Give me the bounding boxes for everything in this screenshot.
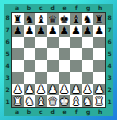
square-g3[interactable] [82,72,94,84]
rank-label-3: 3 [4,75,11,81]
file-label-d: d [47,5,59,11]
square-c8[interactable]: ♝ [35,13,47,25]
square-h6[interactable] [93,37,105,49]
square-e4[interactable] [59,60,71,72]
square-e1[interactable]: ♚ [59,95,71,107]
square-e8[interactable]: ♚ [59,13,71,25]
piece-black-pawn: ♟ [25,25,34,36]
corner-bottom-left [4,108,11,116]
piece-black-king: ♚ [60,14,69,25]
square-f3[interactable] [70,72,82,84]
file-label-d: d [47,109,59,115]
square-d3[interactable] [47,72,59,84]
square-e2[interactable]: ♟ [59,84,71,96]
board-frame: abcdefgh 87654321 ♜♞♝♛♚♝♞♜♟♟♟♟♟♟♟♟♟♟♟♟♟♟… [4,4,113,116]
square-g2[interactable]: ♟ [82,84,94,96]
rank-label-5: 5 [106,51,113,57]
square-f2[interactable]: ♟ [70,84,82,96]
square-h2[interactable]: ♟ [93,84,105,96]
square-c2[interactable]: ♟ [35,84,47,96]
square-c1[interactable]: ♝ [35,95,47,107]
piece-black-pawn: ♟ [13,25,22,36]
square-h5[interactable] [93,48,105,60]
square-h8[interactable]: ♜ [93,13,105,25]
piece-black-bishop: ♝ [36,14,45,25]
piece-black-pawn: ♟ [60,25,69,36]
square-a6[interactable] [12,37,24,49]
square-b8[interactable]: ♞ [24,13,36,25]
rank-label-4: 4 [4,63,11,69]
file-label-e: e [59,109,71,115]
corner-top-right [106,4,113,12]
square-c7[interactable]: ♟ [35,25,47,37]
piece-white-rook: ♜ [94,96,103,107]
square-a4[interactable] [12,60,24,72]
piece-white-pawn: ♟ [71,84,80,95]
piece-white-pawn: ♟ [83,84,92,95]
square-g1[interactable]: ♞ [82,95,94,107]
file-label-f: f [70,5,82,11]
piece-black-queen: ♛ [48,14,57,25]
file-label-e: e [59,5,71,11]
piece-black-pawn: ♟ [48,25,57,36]
chess-app-screenshot: abcdefgh 87654321 ♜♞♝♛♚♝♞♜♟♟♟♟♟♟♟♟♟♟♟♟♟♟… [0,0,117,120]
square-d2[interactable]: ♟ [47,84,59,96]
piece-black-pawn: ♟ [94,25,103,36]
square-f4[interactable] [70,60,82,72]
piece-white-pawn: ♟ [60,84,69,95]
rank-label-6: 6 [4,39,11,45]
square-b3[interactable] [24,72,36,84]
square-a1[interactable]: ♜ [12,95,24,107]
piece-white-knight: ♞ [25,96,34,107]
square-a8[interactable]: ♜ [12,13,24,25]
square-c6[interactable] [35,37,47,49]
rank-labels-right: 87654321 [106,12,113,108]
square-d4[interactable] [47,60,59,72]
square-b2[interactable]: ♟ [24,84,36,96]
square-g7[interactable]: ♟ [82,25,94,37]
square-d8[interactable]: ♛ [47,13,59,25]
rank-label-5: 5 [4,51,11,57]
rank-label-1: 1 [4,99,11,105]
file-label-a: a [11,5,23,11]
square-h3[interactable] [93,72,105,84]
square-f8[interactable]: ♝ [70,13,82,25]
square-d5[interactable] [47,48,59,60]
square-e5[interactable] [59,48,71,60]
piece-white-pawn: ♟ [25,84,34,95]
corner-top-left [4,4,11,12]
file-label-h: h [94,109,106,115]
rank-labels-left: 87654321 [4,12,11,108]
piece-white-pawn: ♟ [36,84,45,95]
square-b4[interactable] [24,60,36,72]
piece-white-bishop: ♝ [71,96,80,107]
square-h1[interactable]: ♜ [93,95,105,107]
piece-white-pawn: ♟ [48,84,57,95]
rank-label-8: 8 [4,15,11,21]
square-f1[interactable]: ♝ [70,95,82,107]
square-h4[interactable] [93,60,105,72]
file-label-g: g [82,109,94,115]
square-b1[interactable]: ♞ [24,95,36,107]
piece-black-pawn: ♟ [71,25,80,36]
rank-label-2: 2 [106,87,113,93]
rank-label-2: 2 [4,87,11,93]
rank-label-1: 1 [106,99,113,105]
file-label-c: c [35,109,47,115]
square-f6[interactable] [70,37,82,49]
piece-black-pawn: ♟ [83,25,92,36]
file-label-c: c [35,5,47,11]
piece-white-bishop: ♝ [36,96,45,107]
file-label-g: g [82,5,94,11]
piece-white-queen: ♛ [48,96,57,107]
rank-label-6: 6 [106,39,113,45]
square-c4[interactable] [35,60,47,72]
file-label-b: b [23,5,35,11]
square-d6[interactable] [47,37,59,49]
square-g4[interactable] [82,60,94,72]
piece-black-knight: ♞ [83,14,92,25]
file-labels-bottom: abcdefgh [11,108,106,116]
piece-black-pawn: ♟ [36,25,45,36]
piece-white-king: ♚ [60,96,69,107]
square-b5[interactable] [24,48,36,60]
piece-white-pawn: ♟ [94,84,103,95]
rank-label-3: 3 [106,75,113,81]
square-g6[interactable] [82,37,94,49]
piece-black-knight: ♞ [25,14,34,25]
piece-white-rook: ♜ [13,96,22,107]
square-b7[interactable]: ♟ [24,25,36,37]
square-e7[interactable]: ♟ [59,25,71,37]
square-d1[interactable]: ♛ [47,95,59,107]
square-h7[interactable]: ♟ [93,25,105,37]
square-e3[interactable] [59,72,71,84]
chess-board: ♜♞♝♛♚♝♞♜♟♟♟♟♟♟♟♟♟♟♟♟♟♟♟♟♜♞♝♛♚♝♞♜ [11,12,106,108]
file-label-a: a [11,109,23,115]
piece-black-rook: ♜ [94,14,103,25]
square-b6[interactable] [24,37,36,49]
square-g8[interactable]: ♞ [82,13,94,25]
board-outer-bevel: abcdefgh 87654321 ♜♞♝♛♚♝♞♜♟♟♟♟♟♟♟♟♟♟♟♟♟♟… [0,0,117,120]
square-a3[interactable] [12,72,24,84]
corner-bottom-right [106,108,113,116]
square-f7[interactable]: ♟ [70,25,82,37]
rank-label-4: 4 [106,63,113,69]
piece-white-knight: ♞ [83,96,92,107]
rank-label-7: 7 [4,27,11,33]
rank-label-7: 7 [106,27,113,33]
square-a5[interactable] [12,48,24,60]
square-f5[interactable] [70,48,82,60]
piece-black-bishop: ♝ [71,14,80,25]
file-label-h: h [94,5,106,11]
file-label-b: b [23,109,35,115]
square-c3[interactable] [35,72,47,84]
file-label-f: f [70,109,82,115]
piece-black-rook: ♜ [13,14,22,25]
square-e6[interactable] [59,37,71,49]
piece-white-pawn: ♟ [13,84,22,95]
file-labels-top: abcdefgh [11,4,106,12]
square-a2[interactable]: ♟ [12,84,24,96]
rank-label-8: 8 [106,15,113,21]
square-g5[interactable] [82,48,94,60]
square-d7[interactable]: ♟ [47,25,59,37]
square-a7[interactable]: ♟ [12,25,24,37]
square-c5[interactable] [35,48,47,60]
